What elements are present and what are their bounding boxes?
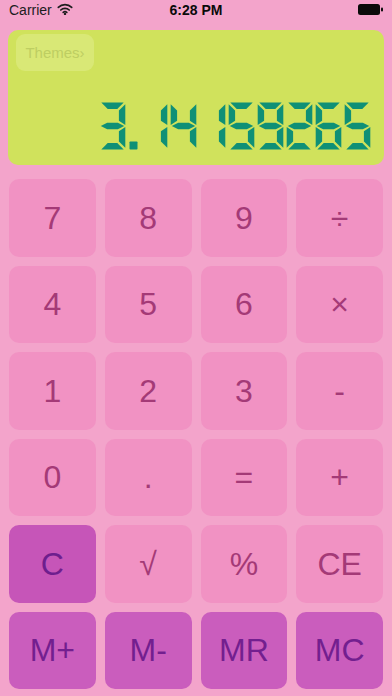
lcd-value <box>99 102 371 150</box>
calculator-app: Carrier 6:28 PM Themes› <box>0 0 392 696</box>
key-7[interactable]: 7 <box>9 179 96 257</box>
key-9[interactable]: 9 <box>201 179 288 257</box>
key-3[interactable]: 3 <box>201 352 288 430</box>
key-multiply[interactable]: × <box>296 266 383 344</box>
key-equals[interactable]: = <box>201 439 288 517</box>
key-2[interactable]: 2 <box>105 352 192 430</box>
wifi-icon <box>57 1 73 19</box>
key-divide[interactable]: ÷ <box>296 179 383 257</box>
key-sqrt[interactable]: √ <box>105 525 192 603</box>
status-bar-right <box>358 1 383 19</box>
key-8[interactable]: 8 <box>105 179 192 257</box>
key-0[interactable]: 0 <box>9 439 96 517</box>
key-1[interactable]: 1 <box>9 352 96 430</box>
key-memory-clear[interactable]: MC <box>296 612 383 690</box>
key-clear[interactable]: C <box>9 525 96 603</box>
carrier-label: Carrier <box>9 2 52 18</box>
status-bar: Carrier 6:28 PM <box>0 0 392 20</box>
keypad: 7 8 9 ÷ 4 5 6 × 1 2 3 - 0 . = + C √ % CE… <box>9 179 383 689</box>
key-6[interactable]: 6 <box>201 266 288 344</box>
themes-button[interactable]: Themes› <box>16 34 94 71</box>
key-5[interactable]: 5 <box>105 266 192 344</box>
battery-icon <box>358 1 383 19</box>
key-percent[interactable]: % <box>201 525 288 603</box>
key-memory-subtract[interactable]: M- <box>105 612 192 690</box>
key-plus[interactable]: + <box>296 439 383 517</box>
key-clear-entry[interactable]: CE <box>296 525 383 603</box>
status-bar-left: Carrier <box>9 1 73 19</box>
key-memory-add[interactable]: M+ <box>9 612 96 690</box>
key-minus[interactable]: - <box>296 352 383 430</box>
calculator-display: Themes› <box>8 30 384 165</box>
key-decimal[interactable]: . <box>105 439 192 517</box>
key-4[interactable]: 4 <box>9 266 96 344</box>
themes-button-label: Themes› <box>25 44 84 61</box>
key-memory-recall[interactable]: MR <box>201 612 288 690</box>
